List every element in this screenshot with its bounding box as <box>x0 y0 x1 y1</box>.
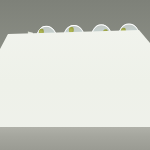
table-surface <box>0 127 150 150</box>
photo-scene <box>0 0 150 150</box>
